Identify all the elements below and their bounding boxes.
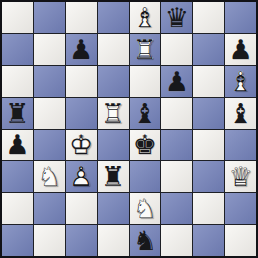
- square-c1[interactable]: [66, 225, 97, 256]
- square-d5[interactable]: ♜♖: [98, 98, 129, 129]
- chess-board: ♝♗♛♟♜♖♟♟♝♗♜♜♖♝♝♟♚♔♚♞♘♟♙♜♛♕♞♘♞: [0, 0, 258, 258]
- square-h7[interactable]: ♟: [225, 34, 256, 65]
- black-pawn[interactable]: ♟: [2, 130, 33, 161]
- square-d6[interactable]: [98, 66, 129, 97]
- black-knight[interactable]: ♞: [130, 225, 161, 256]
- white-pawn[interactable]: ♟♙: [66, 161, 97, 192]
- black-rook[interactable]: ♜: [98, 161, 129, 192]
- black-pawn[interactable]: ♟: [66, 34, 97, 65]
- square-d2[interactable]: [98, 193, 129, 224]
- white-king[interactable]: ♚♔: [66, 130, 97, 161]
- white-bishop[interactable]: ♝♗: [225, 66, 256, 97]
- square-e3[interactable]: [130, 161, 161, 192]
- square-g6[interactable]: [193, 66, 224, 97]
- square-e2[interactable]: ♞♘: [130, 193, 161, 224]
- black-rook[interactable]: ♜: [2, 98, 33, 129]
- square-h6[interactable]: ♝♗: [225, 66, 256, 97]
- square-a2[interactable]: [2, 193, 33, 224]
- square-h5[interactable]: ♝: [225, 98, 256, 129]
- square-h8[interactable]: [225, 2, 256, 33]
- square-a7[interactable]: [2, 34, 33, 65]
- white-knight[interactable]: ♞♘: [34, 161, 65, 192]
- square-f6[interactable]: ♟: [161, 66, 192, 97]
- square-c3[interactable]: ♟♙: [66, 161, 97, 192]
- square-g7[interactable]: [193, 34, 224, 65]
- square-b6[interactable]: [34, 66, 65, 97]
- square-c4[interactable]: ♚♔: [66, 130, 97, 161]
- square-e4[interactable]: ♚: [130, 130, 161, 161]
- white-rook[interactable]: ♜♖: [130, 34, 161, 65]
- square-f5[interactable]: [161, 98, 192, 129]
- square-e7[interactable]: ♜♖: [130, 34, 161, 65]
- square-c5[interactable]: [66, 98, 97, 129]
- black-queen[interactable]: ♛: [161, 2, 192, 33]
- square-c2[interactable]: [66, 193, 97, 224]
- square-a4[interactable]: ♟: [2, 130, 33, 161]
- square-h4[interactable]: [225, 130, 256, 161]
- square-f2[interactable]: [161, 193, 192, 224]
- square-g2[interactable]: [193, 193, 224, 224]
- square-h2[interactable]: [225, 193, 256, 224]
- square-d1[interactable]: [98, 225, 129, 256]
- square-b5[interactable]: [34, 98, 65, 129]
- black-pawn[interactable]: ♟: [225, 34, 256, 65]
- square-a8[interactable]: [2, 2, 33, 33]
- square-g8[interactable]: [193, 2, 224, 33]
- square-a3[interactable]: [2, 161, 33, 192]
- square-f7[interactable]: [161, 34, 192, 65]
- white-bishop[interactable]: ♝♗: [130, 2, 161, 33]
- square-g5[interactable]: [193, 98, 224, 129]
- square-b2[interactable]: [34, 193, 65, 224]
- square-a6[interactable]: [2, 66, 33, 97]
- square-c6[interactable]: [66, 66, 97, 97]
- square-e1[interactable]: ♞: [130, 225, 161, 256]
- square-b3[interactable]: ♞♘: [34, 161, 65, 192]
- square-d7[interactable]: [98, 34, 129, 65]
- square-b1[interactable]: [34, 225, 65, 256]
- square-c8[interactable]: [66, 2, 97, 33]
- square-a5[interactable]: ♜: [2, 98, 33, 129]
- white-queen[interactable]: ♛♕: [225, 161, 256, 192]
- white-knight[interactable]: ♞♘: [130, 193, 161, 224]
- square-d3[interactable]: ♜: [98, 161, 129, 192]
- black-bishop[interactable]: ♝: [225, 98, 256, 129]
- square-e5[interactable]: ♝: [130, 98, 161, 129]
- square-b4[interactable]: [34, 130, 65, 161]
- square-f8[interactable]: ♛: [161, 2, 192, 33]
- square-h3[interactable]: ♛♕: [225, 161, 256, 192]
- square-e8[interactable]: ♝♗: [130, 2, 161, 33]
- square-g1[interactable]: [193, 225, 224, 256]
- square-g3[interactable]: [193, 161, 224, 192]
- square-b7[interactable]: [34, 34, 65, 65]
- black-pawn[interactable]: ♟: [161, 66, 192, 97]
- white-rook[interactable]: ♜♖: [98, 98, 129, 129]
- square-b8[interactable]: [34, 2, 65, 33]
- square-g4[interactable]: [193, 130, 224, 161]
- square-f1[interactable]: [161, 225, 192, 256]
- square-c7[interactable]: ♟: [66, 34, 97, 65]
- square-h1[interactable]: [225, 225, 256, 256]
- black-bishop[interactable]: ♝: [130, 98, 161, 129]
- square-f4[interactable]: [161, 130, 192, 161]
- square-f3[interactable]: [161, 161, 192, 192]
- square-d4[interactable]: [98, 130, 129, 161]
- square-a1[interactable]: [2, 225, 33, 256]
- black-king[interactable]: ♚: [130, 130, 161, 161]
- square-e6[interactable]: [130, 66, 161, 97]
- square-d8[interactable]: [98, 2, 129, 33]
